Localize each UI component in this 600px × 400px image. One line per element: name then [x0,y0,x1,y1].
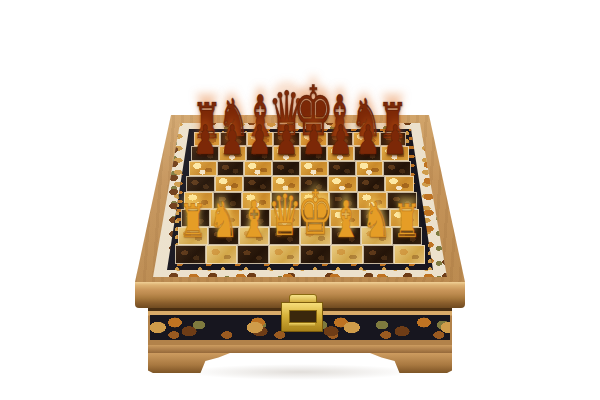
board-rank-4 [184,192,417,209]
square-g4[interactable] [358,192,387,209]
board-rank-7 [191,146,408,161]
latch-bar [289,323,315,327]
square-b2[interactable] [208,227,239,245]
square-h8[interactable] [380,132,407,146]
square-e4[interactable] [300,192,329,209]
board-rank-6 [189,161,411,177]
square-h4[interactable] [387,192,416,209]
square-c8[interactable] [247,132,274,146]
latch-hole [289,310,317,323]
base-strip [148,345,452,353]
board-rank-3 [181,209,420,227]
square-d6[interactable] [272,161,300,177]
square-f7[interactable] [327,146,354,161]
square-a5[interactable] [186,176,214,192]
square-b7[interactable] [219,146,246,161]
square-c6[interactable] [244,161,272,177]
square-c5[interactable] [243,176,271,192]
square-g5[interactable] [357,176,385,192]
board-rank-1 [175,245,426,264]
square-g6[interactable] [356,161,384,177]
square-d7[interactable] [273,146,300,161]
square-e8[interactable] [300,132,327,146]
square-c4[interactable] [242,192,271,209]
board-rank-8 [194,132,406,146]
square-e1[interactable] [300,245,331,264]
latch-plate [281,302,323,332]
square-d3[interactable] [270,209,300,227]
square-c7[interactable] [246,146,273,161]
square-h7[interactable] [381,146,408,161]
square-f8[interactable] [327,132,354,146]
square-c2[interactable] [239,227,270,245]
square-f3[interactable] [330,209,360,227]
floor-shadow [185,364,415,380]
square-e5[interactable] [300,176,328,192]
square-b5[interactable] [215,176,243,192]
square-g8[interactable] [353,132,380,146]
square-g7[interactable] [354,146,381,161]
square-e7[interactable] [300,146,327,161]
square-a7[interactable] [191,146,218,161]
square-b6[interactable] [217,161,245,177]
square-g1[interactable] [363,245,394,264]
square-a3[interactable] [181,209,211,227]
square-d8[interactable] [273,132,300,146]
square-d2[interactable] [269,227,300,245]
square-d5[interactable] [272,176,300,192]
square-h2[interactable] [392,227,423,245]
square-f4[interactable] [329,192,358,209]
square-a1[interactable] [175,245,206,264]
square-b4[interactable] [213,192,242,209]
square-f6[interactable] [328,161,356,177]
board-rank-5 [186,176,414,192]
square-h3[interactable] [390,209,420,227]
square-h5[interactable] [385,176,413,192]
square-a6[interactable] [189,161,217,177]
square-h1[interactable] [394,245,425,264]
square-e2[interactable] [300,227,331,245]
square-a4[interactable] [184,192,213,209]
square-c3[interactable] [240,209,270,227]
square-h6[interactable] [383,161,411,177]
board-rank-2 [178,227,423,245]
chess-box-photo: ♜♞♝♛♚♝♞♜♟♟♟♟♟♟♟♟♜♞♝♛♚♝♞♜ [0,0,600,400]
square-g2[interactable] [361,227,392,245]
square-b8[interactable] [220,132,247,146]
square-f1[interactable] [331,245,362,264]
square-b3[interactable] [210,209,240,227]
square-f5[interactable] [328,176,356,192]
square-a2[interactable] [178,227,209,245]
square-c1[interactable] [237,245,268,264]
brass-latch[interactable] [281,294,323,334]
square-d4[interactable] [271,192,300,209]
square-b1[interactable] [206,245,237,264]
square-e3[interactable] [300,209,330,227]
square-d1[interactable] [269,245,300,264]
square-e6[interactable] [300,161,328,177]
square-f2[interactable] [331,227,362,245]
square-g3[interactable] [360,209,390,227]
square-a8[interactable] [194,132,221,146]
